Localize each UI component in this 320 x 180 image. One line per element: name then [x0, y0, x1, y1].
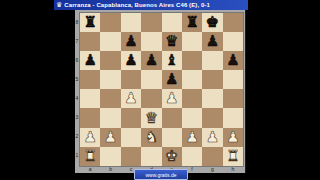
square-f1[interactable] [182, 147, 202, 166]
square-g1[interactable] [202, 147, 222, 166]
square-h6[interactable]: ♟ [223, 51, 243, 70]
white-pawn-c4[interactable]: ♟ [124, 91, 137, 106]
black-pawn-c6[interactable]: ♟ [124, 53, 137, 68]
square-b3[interactable] [100, 108, 120, 127]
file-label-g: g [202, 166, 222, 172]
square-f5[interactable] [182, 70, 202, 89]
square-f6[interactable] [182, 51, 202, 70]
white-pawn-a2[interactable]: ♟ [83, 129, 96, 144]
square-b4[interactable] [100, 89, 120, 108]
square-d7[interactable] [141, 32, 161, 51]
white-knight-d2[interactable]: ♞ [145, 129, 158, 144]
white-pawn-g2[interactable]: ♟ [206, 129, 219, 144]
square-d2[interactable]: ♞ [141, 128, 161, 147]
board: ♜♜♚♟♛♟♟♟♟♝♟♟♟♟♛♟♟♞♟♟♟♜♚♜ [79, 12, 244, 167]
square-b6[interactable] [100, 51, 120, 70]
square-d3[interactable]: ♛ [141, 108, 161, 127]
square-h1[interactable]: ♜ [223, 147, 243, 166]
square-h4[interactable] [223, 89, 243, 108]
square-b1[interactable] [100, 147, 120, 166]
square-g7[interactable]: ♟ [202, 32, 222, 51]
square-e4[interactable]: ♟ [162, 89, 182, 108]
white-pawn-f2[interactable]: ♟ [185, 129, 198, 144]
black-rook-a8[interactable]: ♜ [83, 15, 96, 30]
square-c3[interactable] [121, 108, 141, 127]
square-c6[interactable]: ♟ [121, 51, 141, 70]
window-titlebar: ♛ Carranza - Capablanca, Buenos Aires C4… [54, 0, 248, 10]
white-rook-h1[interactable]: ♜ [226, 148, 239, 163]
queen-icon: ♛ [56, 2, 62, 9]
square-c8[interactable] [121, 13, 141, 32]
square-h3[interactable] [223, 108, 243, 127]
square-a4[interactable] [80, 89, 100, 108]
square-b5[interactable] [100, 70, 120, 89]
file-label-h: h [223, 166, 243, 172]
square-f8[interactable]: ♜ [182, 13, 202, 32]
square-c5[interactable] [121, 70, 141, 89]
square-a2[interactable]: ♟ [80, 128, 100, 147]
square-f2[interactable]: ♟ [182, 128, 202, 147]
square-e6[interactable]: ♝ [162, 51, 182, 70]
square-b7[interactable] [100, 32, 120, 51]
square-e1[interactable]: ♚ [162, 147, 182, 166]
board-panel: 87654321 ♜♜♚♟♛♟♟♟♟♝♟♟♟♟♛♟♟♞♟♟♟♜♚♜ abcdef… [75, 10, 246, 173]
black-pawn-c7[interactable]: ♟ [124, 34, 137, 49]
website-button-label: www.gratis.de [145, 172, 176, 178]
video-frame: ♛ Carranza - Capablanca, Buenos Aires C4… [0, 0, 320, 180]
black-rook-f8[interactable]: ♜ [185, 15, 198, 30]
square-a5[interactable] [80, 70, 100, 89]
square-h7[interactable] [223, 32, 243, 51]
black-pawn-g7[interactable]: ♟ [206, 34, 219, 49]
white-pawn-b2[interactable]: ♟ [104, 129, 117, 144]
square-e3[interactable] [162, 108, 182, 127]
square-g5[interactable] [202, 70, 222, 89]
square-e2[interactable] [162, 128, 182, 147]
square-h2[interactable]: ♟ [223, 128, 243, 147]
white-king-e1[interactable]: ♚ [165, 148, 178, 163]
white-queen-d3[interactable]: ♛ [145, 110, 158, 125]
square-e5[interactable]: ♟ [162, 70, 182, 89]
square-b2[interactable]: ♟ [100, 128, 120, 147]
white-rook-a1[interactable]: ♜ [83, 148, 96, 163]
square-c2[interactable] [121, 128, 141, 147]
square-f7[interactable] [182, 32, 202, 51]
square-a1[interactable]: ♜ [80, 147, 100, 166]
square-a3[interactable] [80, 108, 100, 127]
square-g4[interactable] [202, 89, 222, 108]
game-title: Carranza - Capablanca, Buenos Aires C46 … [64, 2, 210, 8]
square-d5[interactable] [141, 70, 161, 89]
square-a7[interactable] [80, 32, 100, 51]
black-pawn-d6[interactable]: ♟ [145, 53, 158, 68]
white-pawn-e4[interactable]: ♟ [165, 91, 178, 106]
black-pawn-h6[interactable]: ♟ [226, 53, 239, 68]
black-bishop-e6[interactable]: ♝ [165, 53, 178, 68]
white-pawn-h2[interactable]: ♟ [226, 129, 239, 144]
square-g3[interactable] [202, 108, 222, 127]
square-d4[interactable] [141, 89, 161, 108]
square-g6[interactable] [202, 51, 222, 70]
square-g2[interactable]: ♟ [202, 128, 222, 147]
website-button[interactable]: www.gratis.de [134, 169, 188, 180]
square-d1[interactable] [141, 147, 161, 166]
square-c1[interactable] [121, 147, 141, 166]
square-g8[interactable]: ♚ [202, 13, 222, 32]
square-f4[interactable] [182, 89, 202, 108]
square-h8[interactable] [223, 13, 243, 32]
square-h5[interactable] [223, 70, 243, 89]
file-label-a: a [80, 166, 100, 172]
square-d6[interactable]: ♟ [141, 51, 161, 70]
square-c7[interactable]: ♟ [121, 32, 141, 51]
chess-app-window: ♛ Carranza - Capablanca, Buenos Aires C4… [54, 0, 248, 180]
black-pawn-e5[interactable]: ♟ [165, 72, 178, 87]
square-a6[interactable]: ♟ [80, 51, 100, 70]
square-c4[interactable]: ♟ [121, 89, 141, 108]
square-f3[interactable] [182, 108, 202, 127]
square-d8[interactable] [141, 13, 161, 32]
black-king-g8[interactable]: ♚ [206, 15, 219, 30]
black-pawn-a6[interactable]: ♟ [83, 53, 96, 68]
square-e8[interactable] [162, 13, 182, 32]
square-e7[interactable]: ♛ [162, 32, 182, 51]
square-b8[interactable] [100, 13, 120, 32]
file-label-b: b [100, 166, 120, 172]
black-queen-e7[interactable]: ♛ [165, 34, 178, 49]
square-a8[interactable]: ♜ [80, 13, 100, 32]
